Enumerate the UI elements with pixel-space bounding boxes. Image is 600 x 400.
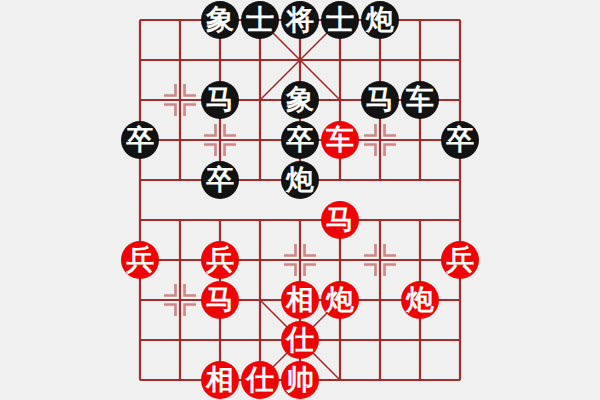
intersection[interactable] (400, 320, 440, 360)
intersection[interactable] (320, 40, 360, 80)
intersection[interactable]: 炮 (320, 280, 360, 320)
intersection[interactable]: 卒 (200, 160, 240, 200)
intersection[interactable] (360, 200, 400, 240)
intersection[interactable]: 兵 (200, 240, 240, 280)
intersection[interactable] (440, 0, 480, 40)
intersection[interactable]: 士 (320, 0, 360, 40)
piece-red-horse[interactable]: 马 (201, 281, 239, 319)
intersection[interactable] (120, 160, 160, 200)
intersection[interactable] (440, 280, 480, 320)
intersection[interactable] (400, 360, 440, 400)
intersection[interactable] (200, 120, 240, 160)
piece-black-cannon[interactable]: 炮 (361, 1, 399, 39)
intersection[interactable] (160, 320, 200, 360)
piece-red-cannon[interactable]: 炮 (401, 281, 439, 319)
intersection[interactable] (320, 80, 360, 120)
intersection[interactable] (440, 200, 480, 240)
intersection[interactable] (120, 0, 160, 40)
intersection[interactable] (240, 280, 280, 320)
intersection[interactable] (120, 200, 160, 240)
intersection[interactable]: 帅 (280, 360, 320, 400)
intersection[interactable] (200, 200, 240, 240)
intersection[interactable] (160, 280, 200, 320)
intersection[interactable] (160, 240, 200, 280)
intersection[interactable]: 卒 (440, 120, 480, 160)
intersection[interactable] (360, 360, 400, 400)
intersection[interactable] (120, 80, 160, 120)
intersection[interactable] (240, 80, 280, 120)
piece-black-general[interactable]: 将 (281, 1, 319, 39)
piece-red-elephant[interactable]: 相 (201, 361, 239, 399)
intersection[interactable] (280, 40, 320, 80)
intersection[interactable] (400, 120, 440, 160)
piece-black-chariot[interactable]: 车 (401, 81, 439, 119)
piece-black-advisor[interactable]: 士 (241, 1, 279, 39)
piece-red-horse[interactable]: 马 (321, 201, 359, 239)
xiangqi-board: 象士将士炮马象马车卒卒车卒卒炮马兵兵兵马相炮炮仕相仕帅 (120, 0, 480, 400)
intersection[interactable]: 仕 (240, 360, 280, 400)
piece-red-advisor[interactable]: 仕 (281, 321, 319, 359)
intersection[interactable] (160, 40, 200, 80)
piece-black-advisor[interactable]: 士 (321, 1, 359, 39)
intersection[interactable] (360, 120, 400, 160)
intersection[interactable] (360, 280, 400, 320)
intersection[interactable] (440, 320, 480, 360)
intersection[interactable] (280, 240, 320, 280)
piece-black-elephant[interactable]: 象 (201, 1, 239, 39)
intersection[interactable]: 士 (240, 0, 280, 40)
intersection[interactable] (320, 360, 360, 400)
piece-red-pawn[interactable]: 兵 (201, 241, 239, 279)
intersection[interactable] (360, 160, 400, 200)
intersection[interactable] (440, 360, 480, 400)
intersection[interactable]: 将 (280, 0, 320, 40)
intersection[interactable]: 象 (280, 80, 320, 120)
intersection[interactable] (200, 320, 240, 360)
intersection[interactable] (240, 240, 280, 280)
intersection[interactable] (120, 40, 160, 80)
intersection[interactable]: 相 (200, 360, 240, 400)
piece-black-pawn[interactable]: 卒 (441, 121, 479, 159)
intersection[interactable] (400, 160, 440, 200)
intersection[interactable] (440, 160, 480, 200)
piece-red-advisor[interactable]: 仕 (241, 361, 279, 399)
xiangqi-board-screen: 象士将士炮马象马车卒卒车卒卒炮马兵兵兵马相炮炮仕相仕帅 (0, 0, 600, 400)
intersection[interactable]: 卒 (280, 120, 320, 160)
piece-black-pawn[interactable]: 卒 (281, 121, 319, 159)
piece-red-pawn[interactable]: 兵 (121, 241, 159, 279)
intersection[interactable] (320, 320, 360, 360)
intersection[interactable] (160, 120, 200, 160)
intersection[interactable] (160, 0, 200, 40)
intersection[interactable] (440, 40, 480, 80)
intersection[interactable] (320, 160, 360, 200)
intersection[interactable]: 卒 (120, 120, 160, 160)
intersection[interactable]: 仕 (280, 320, 320, 360)
intersection[interactable]: 马 (200, 280, 240, 320)
piece-black-elephant[interactable]: 象 (281, 81, 319, 119)
intersection[interactable]: 兵 (440, 240, 480, 280)
intersection[interactable]: 车 (400, 80, 440, 120)
intersection[interactable] (120, 360, 160, 400)
intersection[interactable] (200, 40, 240, 80)
intersection[interactable] (160, 160, 200, 200)
intersection[interactable] (120, 280, 160, 320)
intersection[interactable] (440, 80, 480, 120)
intersection[interactable] (360, 320, 400, 360)
piece-red-chariot[interactable]: 车 (321, 121, 359, 159)
piece-red-elephant[interactable]: 相 (281, 281, 319, 319)
intersection[interactable] (360, 240, 400, 280)
piece-black-pawn[interactable]: 卒 (201, 161, 239, 199)
intersection[interactable] (240, 160, 280, 200)
intersection[interactable] (120, 320, 160, 360)
intersection[interactable] (280, 200, 320, 240)
intersection[interactable] (360, 40, 400, 80)
intersection[interactable] (400, 240, 440, 280)
intersection[interactable]: 炮 (280, 160, 320, 200)
intersection[interactable] (240, 40, 280, 80)
piece-black-horse[interactable]: 马 (201, 81, 239, 119)
intersection[interactable] (400, 0, 440, 40)
intersection[interactable]: 象 (200, 0, 240, 40)
intersection[interactable] (240, 320, 280, 360)
intersection[interactable] (320, 240, 360, 280)
intersection[interactable]: 马 (360, 80, 400, 120)
intersection[interactable]: 马 (200, 80, 240, 120)
intersection[interactable]: 炮 (360, 0, 400, 40)
intersection[interactable] (160, 80, 200, 120)
intersection[interactable] (240, 200, 280, 240)
intersection[interactable]: 车 (320, 120, 360, 160)
piece-red-pawn[interactable]: 兵 (441, 241, 479, 279)
intersection[interactable] (400, 40, 440, 80)
piece-red-cannon[interactable]: 炮 (321, 281, 359, 319)
intersection[interactable] (400, 200, 440, 240)
piece-black-cannon[interactable]: 炮 (281, 161, 319, 199)
piece-black-horse[interactable]: 马 (361, 81, 399, 119)
intersection[interactable]: 相 (280, 280, 320, 320)
intersection[interactable] (160, 200, 200, 240)
piece-black-pawn[interactable]: 卒 (121, 121, 159, 159)
intersection[interactable]: 马 (320, 200, 360, 240)
intersection[interactable]: 兵 (120, 240, 160, 280)
intersection[interactable]: 炮 (400, 280, 440, 320)
intersection[interactable] (160, 360, 200, 400)
intersection[interactable] (240, 120, 280, 160)
piece-red-general[interactable]: 帅 (281, 361, 319, 399)
